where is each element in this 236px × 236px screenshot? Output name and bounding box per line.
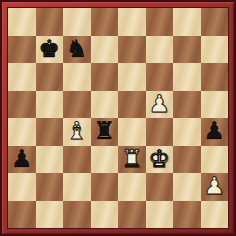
square-c6[interactable]	[63, 63, 91, 91]
square-g1[interactable]	[173, 201, 201, 229]
square-a1[interactable]	[8, 201, 36, 229]
square-h1[interactable]	[201, 201, 229, 229]
square-d6[interactable]	[91, 63, 119, 91]
square-h2[interactable]: ♟	[201, 173, 229, 201]
white-rook[interactable]: ♜	[121, 146, 143, 173]
square-g3[interactable]	[173, 146, 201, 174]
chess-board: ♚♞♟♝♜♟♟♜♚♟	[8, 8, 228, 228]
square-c5[interactable]	[63, 91, 91, 119]
square-a8[interactable]	[8, 8, 36, 36]
square-d5[interactable]	[91, 91, 119, 119]
square-f6[interactable]	[146, 63, 174, 91]
square-h6[interactable]	[201, 63, 229, 91]
square-g8[interactable]	[173, 8, 201, 36]
square-h7[interactable]	[201, 36, 229, 64]
square-a6[interactable]	[8, 63, 36, 91]
white-pawn[interactable]: ♟	[203, 173, 225, 200]
black-pawn[interactable]: ♟	[11, 146, 33, 173]
black-rook[interactable]: ♜	[93, 118, 115, 145]
square-e1[interactable]	[118, 201, 146, 229]
square-e2[interactable]	[118, 173, 146, 201]
square-a7[interactable]	[8, 36, 36, 64]
square-g2[interactable]	[173, 173, 201, 201]
square-c8[interactable]	[63, 8, 91, 36]
square-f3[interactable]: ♚	[146, 146, 174, 174]
square-d1[interactable]	[91, 201, 119, 229]
square-b2[interactable]	[36, 173, 64, 201]
white-king[interactable]: ♚	[148, 146, 170, 173]
square-g5[interactable]	[173, 91, 201, 119]
square-b5[interactable]	[36, 91, 64, 119]
square-h3[interactable]	[201, 146, 229, 174]
square-e6[interactable]	[118, 63, 146, 91]
square-f7[interactable]	[146, 36, 174, 64]
black-pawn[interactable]: ♟	[203, 118, 225, 145]
square-b6[interactable]	[36, 63, 64, 91]
square-b3[interactable]	[36, 146, 64, 174]
white-bishop[interactable]: ♝	[66, 118, 88, 145]
square-e8[interactable]	[118, 8, 146, 36]
square-d7[interactable]	[91, 36, 119, 64]
square-f5[interactable]: ♟	[146, 91, 174, 119]
square-g6[interactable]	[173, 63, 201, 91]
square-g4[interactable]	[173, 118, 201, 146]
square-a2[interactable]	[8, 173, 36, 201]
square-c1[interactable]	[63, 201, 91, 229]
square-d3[interactable]	[91, 146, 119, 174]
square-f2[interactable]	[146, 173, 174, 201]
square-d4[interactable]: ♜	[91, 118, 119, 146]
square-e7[interactable]	[118, 36, 146, 64]
square-h5[interactable]	[201, 91, 229, 119]
square-c4[interactable]: ♝	[63, 118, 91, 146]
square-e4[interactable]	[118, 118, 146, 146]
square-b8[interactable]	[36, 8, 64, 36]
black-king[interactable]: ♚	[38, 36, 60, 63]
square-c3[interactable]	[63, 146, 91, 174]
square-c2[interactable]	[63, 173, 91, 201]
white-pawn[interactable]: ♟	[148, 91, 170, 118]
square-h8[interactable]	[201, 8, 229, 36]
board-frame: ♚♞♟♝♜♟♟♜♚♟	[0, 0, 236, 236]
square-d2[interactable]	[91, 173, 119, 201]
square-b7[interactable]: ♚	[36, 36, 64, 64]
square-c7[interactable]: ♞	[63, 36, 91, 64]
square-d8[interactable]	[91, 8, 119, 36]
square-a5[interactable]	[8, 91, 36, 119]
square-f1[interactable]	[146, 201, 174, 229]
square-f8[interactable]	[146, 8, 174, 36]
square-b4[interactable]	[36, 118, 64, 146]
square-h4[interactable]: ♟	[201, 118, 229, 146]
square-a4[interactable]	[8, 118, 36, 146]
black-knight[interactable]: ♞	[66, 36, 88, 63]
square-b1[interactable]	[36, 201, 64, 229]
square-f4[interactable]	[146, 118, 174, 146]
square-e3[interactable]: ♜	[118, 146, 146, 174]
square-e5[interactable]	[118, 91, 146, 119]
square-g7[interactable]	[173, 36, 201, 64]
square-a3[interactable]: ♟	[8, 146, 36, 174]
